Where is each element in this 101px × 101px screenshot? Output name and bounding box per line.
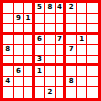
cell-r1c6-given: 4 <box>56 3 67 14</box>
cell-r8c8-empty[interactable] <box>77 77 88 88</box>
cell-r4c6-given: 7 <box>56 35 67 46</box>
cell-r9c8-empty[interactable] <box>77 87 88 98</box>
cell-r2c1-empty[interactable] <box>3 14 14 25</box>
cell-r2c3-given: 1 <box>24 14 35 25</box>
cell-r3c2-empty[interactable] <box>14 24 25 35</box>
cell-r6c7-empty[interactable] <box>66 56 77 67</box>
cell-r8c3-empty[interactable] <box>24 77 35 88</box>
cell-r3c5-empty[interactable] <box>45 24 56 35</box>
cell-r7c8-empty[interactable] <box>77 66 88 77</box>
cell-r9c5-given: 2 <box>45 87 56 98</box>
cell-r9c4-empty[interactable] <box>35 87 46 98</box>
cell-r7c1-empty[interactable] <box>3 66 14 77</box>
cell-r4c7-empty[interactable] <box>66 35 77 46</box>
cell-r6c4-given: 3 <box>35 56 46 67</box>
cell-r7c5-empty[interactable] <box>45 66 56 77</box>
cell-r8c4-empty[interactable] <box>35 77 46 88</box>
cell-r2c4-empty[interactable] <box>35 14 46 25</box>
cell-r4c8-given: 1 <box>77 35 88 46</box>
sudoku-board: 58429167187361482 <box>0 0 101 101</box>
cell-r3c8-empty[interactable] <box>77 24 88 35</box>
cell-r1c1-empty[interactable] <box>3 3 14 14</box>
cell-r5c8-empty[interactable] <box>77 45 88 56</box>
cell-r7c3-empty[interactable] <box>24 66 35 77</box>
cell-r1c3-empty[interactable] <box>24 3 35 14</box>
cell-r1c5-given: 8 <box>45 3 56 14</box>
cell-r4c5-empty[interactable] <box>45 35 56 46</box>
cell-r4c9-empty[interactable] <box>87 35 98 46</box>
cell-r1c8-empty[interactable] <box>77 3 88 14</box>
cell-r1c4-given: 5 <box>35 3 46 14</box>
cell-r1c7-given: 2 <box>66 3 77 14</box>
cell-r5c2-empty[interactable] <box>14 45 25 56</box>
cell-r9c7-empty[interactable] <box>66 87 77 98</box>
cell-r2c5-empty[interactable] <box>45 14 56 25</box>
cell-r5c9-empty[interactable] <box>87 45 98 56</box>
cell-r6c5-empty[interactable] <box>45 56 56 67</box>
cell-r9c9-empty[interactable] <box>87 87 98 98</box>
cell-r2c9-empty[interactable] <box>87 14 98 25</box>
cell-r5c6-empty[interactable] <box>56 45 67 56</box>
cell-r6c2-empty[interactable] <box>14 56 25 67</box>
cell-r8c9-empty[interactable] <box>87 77 98 88</box>
cell-r3c4-empty[interactable] <box>35 24 46 35</box>
cell-r5c7-given: 7 <box>66 45 77 56</box>
cell-r6c1-empty[interactable] <box>3 56 14 67</box>
cell-r4c3-empty[interactable] <box>24 35 35 46</box>
cell-r4c2-empty[interactable] <box>14 35 25 46</box>
cell-r4c1-empty[interactable] <box>3 35 14 46</box>
cell-r8c7-given: 8 <box>66 77 77 88</box>
cell-r6c3-empty[interactable] <box>24 56 35 67</box>
cell-r9c3-empty[interactable] <box>24 87 35 98</box>
cell-r1c2-empty[interactable] <box>14 3 25 14</box>
cell-r3c3-empty[interactable] <box>24 24 35 35</box>
cell-r3c6-empty[interactable] <box>56 24 67 35</box>
cell-r9c6-empty[interactable] <box>56 87 67 98</box>
cell-r1c9-empty[interactable] <box>87 3 98 14</box>
cell-r6c8-empty[interactable] <box>77 56 88 67</box>
cell-r6c9-empty[interactable] <box>87 56 98 67</box>
cell-r8c5-empty[interactable] <box>45 77 56 88</box>
cell-r9c1-empty[interactable] <box>3 87 14 98</box>
cell-r7c4-given: 1 <box>35 66 46 77</box>
cell-r7c7-empty[interactable] <box>66 66 77 77</box>
cell-r7c6-empty[interactable] <box>56 66 67 77</box>
cell-r8c1-given: 4 <box>3 77 14 88</box>
cell-r2c2-given: 9 <box>14 14 25 25</box>
cell-r3c7-empty[interactable] <box>66 24 77 35</box>
cell-r5c5-empty[interactable] <box>45 45 56 56</box>
cell-r3c1-empty[interactable] <box>3 24 14 35</box>
cell-r2c8-empty[interactable] <box>77 14 88 25</box>
cell-r7c9-empty[interactable] <box>87 66 98 77</box>
cell-r8c2-empty[interactable] <box>14 77 25 88</box>
cell-r8c6-empty[interactable] <box>56 77 67 88</box>
cell-r3c9-empty[interactable] <box>87 24 98 35</box>
cell-r5c1-given: 8 <box>3 45 14 56</box>
cell-r5c3-empty[interactable] <box>24 45 35 56</box>
cell-r6c6-empty[interactable] <box>56 56 67 67</box>
cell-r9c2-empty[interactable] <box>14 87 25 98</box>
cell-r2c6-empty[interactable] <box>56 14 67 25</box>
cell-r4c4-given: 6 <box>35 35 46 46</box>
cell-r7c2-given: 6 <box>14 66 25 77</box>
cell-r2c7-empty[interactable] <box>66 14 77 25</box>
